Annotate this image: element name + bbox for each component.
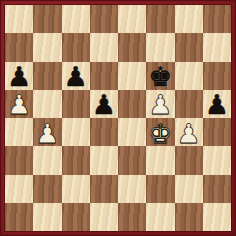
square-g8[interactable] [175, 5, 203, 33]
square-g1[interactable] [175, 203, 203, 231]
square-e1[interactable] [118, 203, 146, 231]
square-d7[interactable] [90, 33, 118, 61]
square-e8[interactable] [118, 5, 146, 33]
square-e3[interactable] [118, 146, 146, 174]
black-king-f6: ♚ [148, 63, 172, 90]
black-pawn-d5: ♟ [92, 91, 116, 118]
chess-board: ♟♟♚♟♟♟♟♟♚♟ [5, 5, 231, 231]
square-e2[interactable] [118, 175, 146, 203]
black-pawn-c6: ♟ [64, 63, 88, 90]
square-e5[interactable] [118, 90, 146, 118]
square-b1[interactable] [33, 203, 61, 231]
square-f4[interactable]: ♚ [146, 118, 174, 146]
square-c3[interactable] [62, 146, 90, 174]
square-b4[interactable]: ♟ [33, 118, 61, 146]
square-c5[interactable] [62, 90, 90, 118]
square-e6[interactable] [118, 62, 146, 90]
chess-board-frame: ♟♟♚♟♟♟♟♟♚♟ [0, 0, 236, 236]
square-d2[interactable] [90, 175, 118, 203]
square-h2[interactable] [203, 175, 231, 203]
square-c6[interactable]: ♟ [62, 62, 90, 90]
square-d4[interactable] [90, 118, 118, 146]
square-h1[interactable] [203, 203, 231, 231]
square-f3[interactable] [146, 146, 174, 174]
square-a5[interactable]: ♟ [5, 90, 33, 118]
square-g4[interactable]: ♟ [175, 118, 203, 146]
square-h8[interactable] [203, 5, 231, 33]
square-h7[interactable] [203, 33, 231, 61]
square-a3[interactable] [5, 146, 33, 174]
white-pawn-a5: ♟ [7, 91, 31, 118]
square-a2[interactable] [5, 175, 33, 203]
square-f6[interactable]: ♚ [146, 62, 174, 90]
white-pawn-g4: ♟ [177, 120, 201, 147]
square-c2[interactable] [62, 175, 90, 203]
square-f5[interactable]: ♟ [146, 90, 174, 118]
square-a7[interactable] [5, 33, 33, 61]
square-a1[interactable] [5, 203, 33, 231]
square-e4[interactable] [118, 118, 146, 146]
black-pawn-h5: ♟ [205, 91, 229, 118]
square-c4[interactable] [62, 118, 90, 146]
square-b7[interactable] [33, 33, 61, 61]
square-h3[interactable] [203, 146, 231, 174]
square-b6[interactable] [33, 62, 61, 90]
white-pawn-f5: ♟ [148, 91, 172, 118]
white-king-f4: ♚ [148, 120, 172, 147]
square-g2[interactable] [175, 175, 203, 203]
square-f7[interactable] [146, 33, 174, 61]
square-b2[interactable] [33, 175, 61, 203]
square-c1[interactable] [62, 203, 90, 231]
square-e7[interactable] [118, 33, 146, 61]
square-f8[interactable] [146, 5, 174, 33]
square-a4[interactable] [5, 118, 33, 146]
square-g6[interactable] [175, 62, 203, 90]
square-g3[interactable] [175, 146, 203, 174]
square-d3[interactable] [90, 146, 118, 174]
square-h5[interactable]: ♟ [203, 90, 231, 118]
square-a8[interactable] [5, 5, 33, 33]
square-f2[interactable] [146, 175, 174, 203]
square-c7[interactable] [62, 33, 90, 61]
square-g7[interactable] [175, 33, 203, 61]
square-d8[interactable] [90, 5, 118, 33]
square-h4[interactable] [203, 118, 231, 146]
square-d5[interactable]: ♟ [90, 90, 118, 118]
square-a6[interactable]: ♟ [5, 62, 33, 90]
square-d1[interactable] [90, 203, 118, 231]
square-b3[interactable] [33, 146, 61, 174]
square-b5[interactable] [33, 90, 61, 118]
white-pawn-b4: ♟ [35, 120, 59, 147]
square-c8[interactable] [62, 5, 90, 33]
square-d6[interactable] [90, 62, 118, 90]
square-g5[interactable] [175, 90, 203, 118]
square-f1[interactable] [146, 203, 174, 231]
square-b8[interactable] [33, 5, 61, 33]
black-pawn-a6: ♟ [7, 63, 31, 90]
square-h6[interactable] [203, 62, 231, 90]
